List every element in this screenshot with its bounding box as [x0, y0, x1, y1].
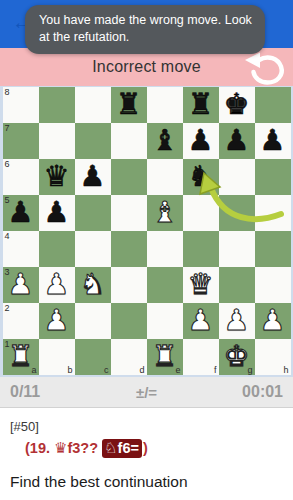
square-h6[interactable] [255, 159, 291, 195]
square-b7[interactable] [39, 123, 75, 159]
task-prompt: Find the best continuation [10, 473, 283, 491]
rank-label-1: 1 [5, 339, 10, 350]
square-f3[interactable]: ♛ [183, 267, 219, 303]
square-g4[interactable] [219, 231, 255, 267]
black-pawn: ♟ [219, 123, 255, 159]
square-f8[interactable]: ♜ [183, 87, 219, 123]
rank-label-3: 3 [5, 267, 10, 278]
white-bishop: ♝ [147, 195, 183, 231]
square-g1[interactable]: ♚g [219, 339, 255, 375]
black-queen: ♛ [39, 159, 75, 195]
square-d2[interactable] [111, 303, 147, 339]
square-f2[interactable]: ♟ [183, 303, 219, 339]
square-d1[interactable]: d [111, 339, 147, 375]
undo-icon[interactable] [244, 51, 288, 85]
square-b2[interactable]: ♟ [39, 303, 75, 339]
score-counter: 0/11 [10, 383, 101, 401]
file-label-d: d [139, 365, 144, 375]
square-h7[interactable]: ♟ [255, 123, 291, 159]
square-e3[interactable] [147, 267, 183, 303]
black-pawn: ♟ [75, 159, 111, 195]
white-pawn: ♟ [255, 303, 291, 339]
white-knight: ♞ [75, 267, 111, 303]
square-c2[interactable] [75, 303, 111, 339]
square-g7[interactable]: ♟ [219, 123, 255, 159]
square-d6[interactable] [111, 159, 147, 195]
square-f1[interactable]: f [183, 339, 219, 375]
square-c1[interactable]: c [75, 339, 111, 375]
square-a4[interactable]: 4 [3, 231, 39, 267]
refutation-highlight: ♘f6= [102, 439, 142, 458]
square-h8[interactable] [255, 87, 291, 123]
square-f7[interactable]: ♟ [183, 123, 219, 159]
square-c5[interactable] [75, 195, 111, 231]
square-g6[interactable] [219, 159, 255, 195]
rank-label-2: 2 [5, 303, 10, 314]
timer: 00:01 [192, 383, 283, 401]
file-label-c: c [104, 365, 109, 375]
black-king: ♚ [219, 87, 255, 123]
banner-label: Incorrect move [92, 58, 201, 76]
black-knight: ♞ [183, 159, 219, 195]
black-rook: ♜ [183, 87, 219, 123]
white-queen: ♛ [183, 267, 219, 303]
square-b5[interactable]: ♟ [39, 195, 75, 231]
square-d4[interactable] [111, 231, 147, 267]
square-f5[interactable] [183, 195, 219, 231]
square-e5[interactable]: ♝ [147, 195, 183, 231]
square-f6[interactable]: ♞ [183, 159, 219, 195]
square-a1[interactable]: ♜1a [3, 339, 39, 375]
square-c7[interactable] [75, 123, 111, 159]
square-h5[interactable] [255, 195, 291, 231]
refutation-move-text: f6= [118, 440, 139, 456]
rank-label-7: 7 [5, 123, 10, 134]
rank-label-8: 8 [5, 87, 10, 98]
square-b1[interactable]: b [39, 339, 75, 375]
square-h1[interactable]: h [255, 339, 291, 375]
white-pawn: ♟ [183, 303, 219, 339]
file-label-g: g [247, 365, 252, 375]
file-label-f: f [214, 365, 217, 375]
square-e4[interactable] [147, 231, 183, 267]
square-c3[interactable]: ♞ [75, 267, 111, 303]
square-h2[interactable]: ♟ [255, 303, 291, 339]
rank-label-5: 5 [5, 195, 10, 206]
square-f4[interactable] [183, 231, 219, 267]
info-panel: [#50] (19. ♛f3?? ♘f6=) Find the best con… [0, 408, 293, 491]
rank-label-6: 6 [5, 159, 10, 170]
square-e8[interactable] [147, 87, 183, 123]
square-a7[interactable]: 7 [3, 123, 39, 159]
black-pawn: ♟ [183, 123, 219, 159]
square-d3[interactable] [111, 267, 147, 303]
file-label-a: a [31, 365, 36, 375]
square-e7[interactable]: ♝ [147, 123, 183, 159]
rank-label-4: 4 [5, 231, 10, 242]
square-a3[interactable]: ♟3 [3, 267, 39, 303]
square-c6[interactable]: ♟ [75, 159, 111, 195]
square-b8[interactable] [39, 87, 75, 123]
white-queen-glyph: ♛ [54, 439, 67, 457]
square-a6[interactable]: 6 [3, 159, 39, 195]
square-b3[interactable]: ♟ [39, 267, 75, 303]
square-h4[interactable] [255, 231, 291, 267]
square-h3[interactable] [255, 267, 291, 303]
puzzle-number: [#50] [10, 419, 283, 434]
white-pawn: ♟ [39, 303, 75, 339]
square-d8[interactable]: ♜ [111, 87, 147, 123]
status-bar: 0/11 ±/= 00:01 [0, 377, 293, 408]
square-a8[interactable]: 8 [3, 87, 39, 123]
black-pawn: ♟ [255, 123, 291, 159]
black-rook: ♜ [111, 87, 147, 123]
black-knight-glyph: ♘ [104, 439, 117, 457]
white-move-text: f3?? [67, 440, 102, 456]
board-frame: 8♜♜♚7♝♟♟♟6♛♟♞♟5♟♝4♟3♟♞♛2♟♟♟♟♜1abcd♜ef♚gh [0, 86, 293, 377]
file-label-e: e [175, 365, 180, 375]
square-a2[interactable]: 2 [3, 303, 39, 339]
file-label-b: b [67, 365, 72, 375]
square-b6[interactable]: ♛ [39, 159, 75, 195]
file-label-h: h [283, 365, 288, 375]
chess-board: 8♜♜♚7♝♟♟♟6♛♟♞♟5♟♝4♟3♟♞♛2♟♟♟♟♜1abcd♜ef♚gh [3, 87, 291, 375]
evaluation-label: ±/= [101, 384, 192, 401]
toast-message: You have made the wrong move. Look at th… [25, 5, 265, 54]
square-g3[interactable] [219, 267, 255, 303]
square-b4[interactable] [39, 231, 75, 267]
square-g2[interactable]: ♟ [219, 303, 255, 339]
white-pawn: ♟ [39, 267, 75, 303]
refutation-line: (19. ♛f3?? ♘f6=) [25, 439, 283, 457]
square-a5[interactable]: ♟5 [3, 195, 39, 231]
square-d5[interactable] [111, 195, 147, 231]
line-close: ) [143, 440, 148, 456]
square-g8[interactable]: ♚ [219, 87, 255, 123]
chess-puzzle-app: ← 4/50 › You have made the wrong move. L… [0, 0, 293, 500]
square-e1[interactable]: ♜e [147, 339, 183, 375]
line-open: (19. [25, 440, 54, 456]
black-bishop: ♝ [147, 123, 183, 159]
square-c4[interactable] [75, 231, 111, 267]
square-e6[interactable] [147, 159, 183, 195]
black-pawn: ♟ [39, 195, 75, 231]
square-c8[interactable] [75, 87, 111, 123]
square-g5[interactable] [219, 195, 255, 231]
white-pawn: ♟ [219, 303, 255, 339]
square-e2[interactable] [147, 303, 183, 339]
square-d7[interactable] [111, 123, 147, 159]
